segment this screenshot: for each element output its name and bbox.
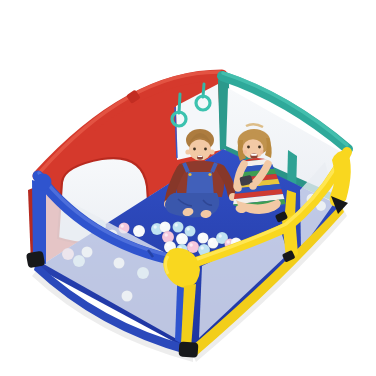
girl-eye <box>247 146 250 149</box>
west-foot <box>26 251 45 269</box>
ball-highlight <box>201 246 204 249</box>
ball-highlight <box>200 234 203 237</box>
ball-highlight <box>175 223 178 226</box>
ball-highlight <box>154 225 157 228</box>
girl-teeth <box>251 154 257 156</box>
play-ball <box>198 233 209 244</box>
overall-button <box>208 173 211 176</box>
ball-highlight <box>227 240 230 243</box>
ball-highlight <box>162 223 165 226</box>
ball-highlight <box>136 227 139 230</box>
boy-eye <box>193 148 196 151</box>
product-photo <box>0 0 376 376</box>
play-ball <box>133 225 145 237</box>
playpen-scene <box>0 0 376 376</box>
boy-eye <box>204 148 207 151</box>
girl-hand <box>234 184 242 192</box>
girl-blush <box>260 150 264 154</box>
west-corner-cap <box>35 174 52 191</box>
ball-highlight <box>179 235 182 238</box>
play-ball <box>173 222 184 233</box>
ball-highlight <box>187 227 190 230</box>
ring-strap <box>179 94 180 113</box>
girl-hand <box>249 182 257 190</box>
south-foot <box>178 341 198 357</box>
ball-highlight <box>165 233 168 236</box>
ball-highlight <box>233 239 236 242</box>
ball-highlight <box>121 224 124 227</box>
play-ball <box>185 226 196 237</box>
ball-highlight <box>219 234 222 237</box>
girl-eye <box>258 146 261 149</box>
ball-highlight <box>190 243 193 246</box>
boy-teeth <box>198 155 203 157</box>
overall-button <box>188 173 191 176</box>
girl-blush <box>243 150 247 154</box>
ball-highlight <box>210 239 213 242</box>
ball-highlight <box>167 243 170 246</box>
